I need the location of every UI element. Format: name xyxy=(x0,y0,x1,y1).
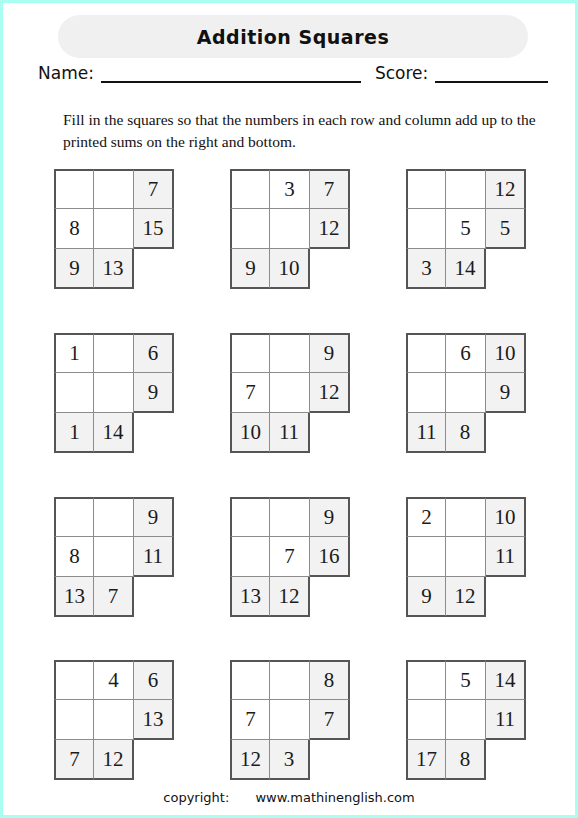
answer-cell[interactable] xyxy=(94,373,134,413)
answer-cell[interactable] xyxy=(270,497,310,537)
answer-cell[interactable] xyxy=(54,660,94,700)
copyright-label: copyright: xyxy=(163,790,229,805)
puzzle-10: 4613712 xyxy=(54,660,174,780)
given-cell: 7 xyxy=(230,700,270,740)
row-sum-cell: 7 xyxy=(310,700,350,740)
col-sum-cell: 14 xyxy=(94,413,134,453)
answer-cell[interactable] xyxy=(230,497,270,537)
col-sum-cell: 12 xyxy=(270,577,310,617)
col-sum-cell: 10 xyxy=(270,249,310,289)
given-cell: 8 xyxy=(54,209,94,249)
row-sum-cell: 15 xyxy=(134,209,174,249)
answer-cell[interactable] xyxy=(54,373,94,413)
answer-cell[interactable] xyxy=(446,537,486,577)
corner-void xyxy=(486,577,526,617)
answer-cell[interactable] xyxy=(94,700,134,740)
answer-cell[interactable] xyxy=(94,209,134,249)
answer-cell[interactable] xyxy=(230,537,270,577)
worksheet-page: Addition Squares Name: Score: Fill in th… xyxy=(0,0,578,818)
puzzle-2: 3712910 xyxy=(230,169,350,289)
row-sum-cell: 5 xyxy=(486,209,526,249)
col-sum-cell: 7 xyxy=(94,577,134,617)
row-sum-cell: 13 xyxy=(134,700,174,740)
instructions-line-1: Fill in the squares so that the numbers … xyxy=(63,109,538,131)
row-sum-cell: 12 xyxy=(310,373,350,413)
answer-cell[interactable] xyxy=(406,373,446,413)
corner-void xyxy=(310,740,350,780)
row-sum-cell: 6 xyxy=(134,333,174,373)
given-cell: 6 xyxy=(446,333,486,373)
given-cell: 3 xyxy=(270,169,310,209)
footer: copyright: www.mathinenglish.com xyxy=(3,790,575,805)
answer-cell[interactable] xyxy=(446,497,486,537)
row-sum-cell: 16 xyxy=(310,537,350,577)
row-sum-cell: 11 xyxy=(134,537,174,577)
col-sum-cell: 13 xyxy=(230,577,270,617)
answer-cell[interactable] xyxy=(230,660,270,700)
col-sum-cell: 11 xyxy=(406,413,446,453)
col-sum-cell: 12 xyxy=(230,740,270,780)
row-sum-cell: 9 xyxy=(134,497,174,537)
answer-cell[interactable] xyxy=(270,660,310,700)
instructions: Fill in the squares so that the numbers … xyxy=(63,109,538,153)
given-cell: 5 xyxy=(446,660,486,700)
corner-void xyxy=(310,577,350,617)
corner-void xyxy=(310,249,350,289)
row-sum-cell: 8 xyxy=(310,660,350,700)
col-sum-cell: 14 xyxy=(446,249,486,289)
answer-cell[interactable] xyxy=(406,169,446,209)
answer-cell[interactable] xyxy=(54,497,94,537)
answer-cell[interactable] xyxy=(270,700,310,740)
row-sum-cell: 9 xyxy=(486,373,526,413)
col-sum-cell: 9 xyxy=(54,249,94,289)
col-sum-cell: 13 xyxy=(54,577,94,617)
given-cell: 4 xyxy=(94,660,134,700)
col-sum-cell: 8 xyxy=(446,740,486,780)
row-sum-cell: 14 xyxy=(486,660,526,700)
col-sum-cell: 3 xyxy=(270,740,310,780)
puzzle-5: 97121011 xyxy=(230,333,350,453)
col-sum-cell: 12 xyxy=(446,577,486,617)
answer-cell[interactable] xyxy=(94,537,134,577)
answer-cell[interactable] xyxy=(406,209,446,249)
puzzle-1: 7815913 xyxy=(54,169,174,289)
given-cell: 8 xyxy=(54,537,94,577)
col-sum-cell: 1 xyxy=(54,413,94,453)
given-cell: 7 xyxy=(230,373,270,413)
answer-cell[interactable] xyxy=(406,333,446,373)
corner-void xyxy=(134,740,174,780)
col-sum-cell: 9 xyxy=(406,577,446,617)
col-sum-cell: 12 xyxy=(94,740,134,780)
row-sum-cell: 10 xyxy=(486,333,526,373)
row-sum-cell: 9 xyxy=(310,333,350,373)
answer-cell[interactable] xyxy=(94,497,134,537)
answer-cell[interactable] xyxy=(446,373,486,413)
name-input-line[interactable] xyxy=(101,63,361,83)
given-cell: 5 xyxy=(446,209,486,249)
row-sum-cell: 9 xyxy=(310,497,350,537)
answer-cell[interactable] xyxy=(270,209,310,249)
puzzle-9: 21011912 xyxy=(406,497,526,617)
title-banner: Addition Squares xyxy=(58,15,528,58)
row-sum-cell: 12 xyxy=(310,209,350,249)
col-sum-cell: 13 xyxy=(94,249,134,289)
copyright-url: www.mathinenglish.com xyxy=(255,790,414,805)
row-sum-cell: 6 xyxy=(134,660,174,700)
col-sum-cell: 8 xyxy=(446,413,486,453)
corner-void xyxy=(486,249,526,289)
instructions-line-2: printed sums on the right and bottom. xyxy=(63,131,538,153)
row-sum-cell: 9 xyxy=(134,373,174,413)
puzzle-11: 877123 xyxy=(230,660,350,780)
answer-cell[interactable] xyxy=(406,537,446,577)
score-label: Score: xyxy=(375,63,428,83)
name-label: Name: xyxy=(38,63,94,83)
puzzle-7: 9811137 xyxy=(54,497,174,617)
row-sum-cell: 7 xyxy=(310,169,350,209)
answer-cell[interactable] xyxy=(54,700,94,740)
row-sum-cell: 7 xyxy=(134,169,174,209)
puzzle-6: 6109118 xyxy=(406,333,526,453)
answer-cell[interactable] xyxy=(230,333,270,373)
answer-cell[interactable] xyxy=(230,169,270,209)
row-sum-cell: 11 xyxy=(486,700,526,740)
puzzle-4: 169114 xyxy=(54,333,174,453)
corner-void xyxy=(134,577,174,617)
puzzle-8: 97161312 xyxy=(230,497,350,617)
row-sum-cell: 12 xyxy=(486,169,526,209)
answer-cell[interactable] xyxy=(270,373,310,413)
col-sum-cell: 17 xyxy=(406,740,446,780)
name-score-row: Name: Score: xyxy=(38,63,548,83)
given-cell: 7 xyxy=(270,537,310,577)
puzzle-12: 51411178 xyxy=(406,660,526,780)
corner-void xyxy=(134,413,174,453)
answer-cell[interactable] xyxy=(270,333,310,373)
col-sum-cell: 9 xyxy=(230,249,270,289)
corner-void xyxy=(486,413,526,453)
given-cell: 2 xyxy=(406,497,446,537)
answer-cell[interactable] xyxy=(446,169,486,209)
corner-void xyxy=(486,740,526,780)
score-input-line[interactable] xyxy=(435,63,548,83)
row-sum-cell: 10 xyxy=(486,497,526,537)
row-sum-cell: 11 xyxy=(486,537,526,577)
col-sum-cell: 7 xyxy=(54,740,94,780)
answer-cell[interactable] xyxy=(230,209,270,249)
col-sum-cell: 10 xyxy=(230,413,270,453)
answer-cell[interactable] xyxy=(406,660,446,700)
answer-cell[interactable] xyxy=(406,700,446,740)
page-title: Addition Squares xyxy=(197,26,389,48)
given-cell: 1 xyxy=(54,333,94,373)
corner-void xyxy=(134,249,174,289)
answer-cell[interactable] xyxy=(94,333,134,373)
col-sum-cell: 11 xyxy=(270,413,310,453)
answer-cell[interactable] xyxy=(54,169,94,209)
answer-cell[interactable] xyxy=(446,700,486,740)
corner-void xyxy=(310,413,350,453)
answer-cell[interactable] xyxy=(94,169,134,209)
col-sum-cell: 3 xyxy=(406,249,446,289)
puzzle-3: 1255314 xyxy=(406,169,526,289)
